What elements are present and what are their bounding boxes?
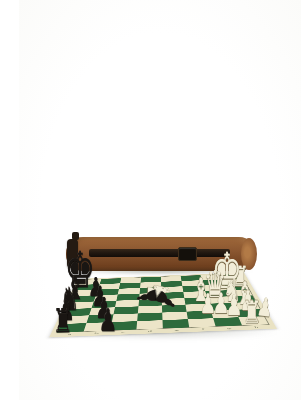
case-strap xyxy=(89,249,230,257)
file-label-d: d xyxy=(148,330,152,332)
file-label-f: f xyxy=(202,328,205,330)
chess-set-product-photo: abcdefgh ♚♝♞♟♜♟♟♟♟♟♟♞♚♜♛♝♞♝♟♟♟♟♜♟ xyxy=(19,0,301,400)
case-strap-nub xyxy=(72,232,79,240)
board-perspective-wrapper: abcdefgh xyxy=(19,0,301,400)
file-label-g: g xyxy=(227,327,231,329)
black-pawn-b1: ♟ xyxy=(99,305,118,336)
black-rook-a1: ♜ xyxy=(53,304,73,337)
file-label-e: e xyxy=(175,329,179,331)
strap-buckle-icon xyxy=(178,247,197,261)
white-pawn-g3: ♟ xyxy=(225,292,242,320)
white-rook-h2: ♜ xyxy=(243,297,262,328)
file-label-c: c xyxy=(121,331,125,333)
